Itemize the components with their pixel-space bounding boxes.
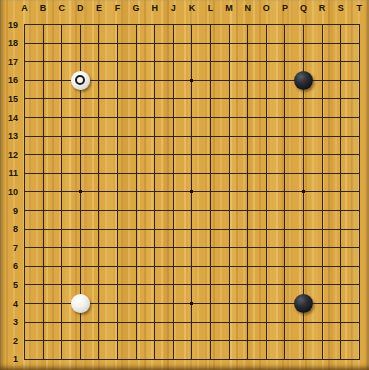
row-label-1: 1 <box>0 353 18 365</box>
stone-white-D16 <box>71 71 90 90</box>
row-label-12: 12 <box>0 149 18 161</box>
grid-line-v-N <box>247 24 248 360</box>
column-label-N: N <box>239 2 257 14</box>
column-label-P: P <box>276 2 294 14</box>
row-label-8: 8 <box>0 223 18 235</box>
grid-line-v-L <box>210 24 211 360</box>
column-label-O: O <box>257 2 275 14</box>
star-point-K16 <box>190 79 193 82</box>
column-label-Q: Q <box>295 2 313 14</box>
grid-line-v-M <box>229 24 230 360</box>
column-label-J: J <box>164 2 182 14</box>
star-point-K4 <box>190 302 193 305</box>
column-label-L: L <box>202 2 220 14</box>
row-label-15: 15 <box>0 93 18 105</box>
row-label-11: 11 <box>0 167 18 179</box>
row-label-14: 14 <box>0 112 18 124</box>
column-label-M: M <box>220 2 238 14</box>
row-label-6: 6 <box>0 260 18 272</box>
row-label-19: 19 <box>0 19 18 31</box>
column-label-B: B <box>34 2 52 14</box>
row-label-2: 2 <box>0 335 18 347</box>
column-label-E: E <box>90 2 108 14</box>
grid-line-v-O <box>266 24 267 360</box>
column-label-D: D <box>71 2 89 14</box>
stone-black-Q4 <box>294 294 313 313</box>
stone-white-D4 <box>71 294 90 313</box>
column-label-G: G <box>127 2 145 14</box>
stone-black-Q16 <box>294 71 313 90</box>
column-label-T: T <box>350 2 368 14</box>
go-board-screenshot: ABCDEFGHJKLMNOPQRST 19181716151413121110… <box>0 0 369 370</box>
grid-line-h-1 <box>24 359 360 360</box>
grid-line-v-T <box>359 24 360 360</box>
row-label-3: 3 <box>0 316 18 328</box>
go-board[interactable]: ABCDEFGHJKLMNOPQRST 19181716151413121110… <box>0 0 369 370</box>
grid-line-h-7 <box>24 247 360 248</box>
column-label-A: A <box>16 2 34 14</box>
star-point-D10 <box>79 190 82 193</box>
grid-line-v-R <box>322 24 323 360</box>
column-label-S: S <box>332 2 350 14</box>
column-label-F: F <box>109 2 127 14</box>
grid-line-v-P <box>284 24 285 360</box>
grid-line-h-6 <box>24 266 360 267</box>
row-label-17: 17 <box>0 56 18 68</box>
column-label-H: H <box>146 2 164 14</box>
row-label-16: 16 <box>0 74 18 86</box>
grid-line-h-2 <box>24 340 360 341</box>
row-label-13: 13 <box>0 130 18 142</box>
star-point-Q10 <box>302 190 305 193</box>
grid-line-v-S <box>340 24 341 360</box>
column-label-R: R <box>313 2 331 14</box>
star-point-K10 <box>190 190 193 193</box>
last-move-marker-icon <box>75 75 85 85</box>
grid-line-h-8 <box>24 229 360 230</box>
grid-line-h-3 <box>24 322 360 323</box>
row-label-4: 4 <box>0 298 18 310</box>
row-label-5: 5 <box>0 279 18 291</box>
grid-line-h-9 <box>24 210 360 211</box>
row-label-7: 7 <box>0 242 18 254</box>
column-label-C: C <box>53 2 71 14</box>
grid-line-h-5 <box>24 284 360 285</box>
row-label-9: 9 <box>0 205 18 217</box>
column-label-K: K <box>183 2 201 14</box>
row-label-18: 18 <box>0 37 18 49</box>
row-label-10: 10 <box>0 186 18 198</box>
